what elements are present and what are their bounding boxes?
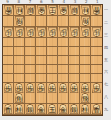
square-8-8[interactable] [14,74,25,83]
square-6-11[interactable]: 金 [36,104,47,115]
square-9-7[interactable] [3,65,14,74]
square-1-2[interactable] [91,16,102,27]
rank-label-4: 四 [104,41,111,53]
square-9-10[interactable] [3,93,14,104]
piece-face: 香 [93,105,101,114]
square-2-1[interactable]: 桂 [80,5,91,16]
square-4-2[interactable] [58,16,69,27]
square-9-9[interactable]: 歩 [3,83,14,93]
square-7-4[interactable] [25,38,36,47]
piece-face: 飛 [15,17,23,26]
square-6-2[interactable] [36,16,47,27]
piece-kanji: 歩 [38,85,45,92]
piece-kanji: 金 [38,106,45,113]
rank-coordinate-labels: 一二三四五六七八九 [104,4,111,116]
piece-kanji: 歩 [82,28,89,35]
square-9-3[interactable]: 歩 [3,27,14,38]
piece-kanji: 飛 [82,95,89,102]
square-5-5[interactable] [47,47,58,56]
square-7-1[interactable]: 銀 [25,5,36,16]
square-1-5[interactable] [91,47,102,56]
square-4-9[interactable]: 歩 [58,83,69,93]
square-6-4[interactable] [36,38,47,47]
square-2-8[interactable] [80,74,91,83]
sente-piece-香[interactable]: 香 [92,104,101,114]
square-1-7[interactable] [91,65,102,74]
piece-kanji: 歩 [71,85,78,92]
piece-kanji: 玉 [49,106,56,113]
piece-kanji: 桂 [82,6,89,13]
square-3-1[interactable]: 銀 [69,5,80,16]
piece-face: 金 [59,6,67,15]
piece-kanji: 歩 [5,85,12,92]
piece-face: 歩 [26,28,34,37]
sente-piece-歩[interactable]: 歩 [37,83,46,93]
sente-piece-歩[interactable]: 歩 [48,83,57,93]
square-7-2[interactable] [25,16,36,27]
square-7-9[interactable]: 歩 [25,83,36,93]
square-7-6[interactable] [25,56,36,65]
square-9-4[interactable] [3,38,14,47]
piece-face: 角 [81,17,89,26]
piece-kanji: 歩 [49,85,56,92]
gote-piece-香[interactable]: 香 [92,5,101,15]
square-3-9[interactable]: 歩 [69,83,80,93]
square-4-4[interactable] [58,38,69,47]
square-8-5[interactable] [14,47,25,56]
piece-kanji: 歩 [93,85,100,92]
piece-kanji: 香 [5,106,12,113]
square-2-6[interactable] [80,56,91,65]
square-2-3[interactable]: 歩 [80,27,91,38]
piece-face: 歩 [26,84,34,93]
gote-piece-歩[interactable]: 歩 [92,27,101,37]
piece-kanji: 歩 [93,28,100,35]
piece-face: 桂 [81,6,89,15]
square-6-9[interactable]: 歩 [36,83,47,93]
gote-piece-銀[interactable]: 銀 [26,5,35,15]
square-3-11[interactable]: 銀 [69,104,80,115]
square-7-8[interactable] [25,74,36,83]
sente-piece-金[interactable]: 金 [59,104,68,114]
square-5-3[interactable]: 歩 [47,27,58,38]
piece-kanji: 銀 [27,106,34,113]
square-4-6[interactable] [58,56,69,65]
piece-face: 歩 [37,84,45,93]
sente-piece-歩[interactable]: 歩 [92,83,101,93]
square-8-7[interactable] [14,65,25,74]
piece-kanji: 歩 [5,28,12,35]
piece-kanji: 歩 [38,28,45,35]
gote-piece-歩[interactable]: 歩 [4,27,13,37]
sente-piece-歩[interactable]: 歩 [70,83,79,93]
square-4-1[interactable]: 金 [58,5,69,16]
piece-kanji: 金 [60,6,67,13]
square-7-5[interactable] [25,47,36,56]
piece-kanji: 金 [60,106,67,113]
square-5-9[interactable]: 歩 [47,83,58,93]
gote-piece-歩[interactable]: 歩 [59,27,68,37]
sente-piece-歩[interactable]: 歩 [4,83,13,93]
square-6-3[interactable]: 歩 [36,27,47,38]
piece-face: 桂 [15,105,23,114]
square-1-1[interactable]: 香 [91,5,102,16]
square-8-10[interactable]: 角 [14,93,25,104]
piece-kanji: 角 [16,95,23,102]
square-7-3[interactable]: 歩 [25,27,36,38]
piece-face: 歩 [15,28,23,37]
piece-face: 歩 [59,28,67,37]
square-9-11[interactable]: 香 [3,104,14,115]
piece-face: 歩 [48,28,56,37]
rank-label-2: 二 [104,16,111,28]
gote-piece-銀[interactable]: 銀 [70,5,79,15]
piece-face: 玉 [48,105,56,114]
piece-kanji: 歩 [27,85,34,92]
sente-piece-歩[interactable]: 歩 [81,83,90,93]
rank-label-6: 六 [104,66,111,78]
piece-kanji: 香 [5,6,12,13]
square-6-8[interactable] [36,74,47,83]
gote-piece-桂[interactable]: 桂 [81,5,90,15]
piece-face: 角 [15,94,23,103]
sente-piece-銀[interactable]: 銀 [26,104,35,114]
piece-face: 歩 [81,28,89,37]
piece-kanji: 銀 [27,6,34,13]
piece-face: 王 [48,6,56,15]
shogi-app-window: 987654321 一二三四五六七八九 香桂銀金王金銀桂香飛角歩歩歩歩歩歩歩歩歩… [0,0,111,120]
square-1-8[interactable] [91,74,102,83]
sente-piece-歩[interactable]: 歩 [15,83,24,93]
square-3-8[interactable] [69,74,80,83]
piece-kanji: 桂 [16,6,23,13]
piece-kanji: 歩 [82,85,89,92]
square-8-2[interactable]: 飛 [14,16,25,27]
piece-face: 歩 [93,28,101,37]
piece-kanji: 銀 [71,106,78,113]
rank-label-3: 三 [104,29,111,41]
piece-face: 歩 [4,28,12,37]
piece-face: 銀 [26,105,34,114]
sente-piece-金[interactable]: 金 [37,104,46,114]
shogi-board: 香桂銀金王金銀桂香飛角歩歩歩歩歩歩歩歩歩歩歩歩歩歩歩歩歩歩角飛香桂銀金玉金銀桂香 [2,4,103,116]
piece-kanji: 歩 [27,28,34,35]
gote-piece-角[interactable]: 角 [81,16,90,26]
piece-face: 銀 [26,6,34,15]
piece-face: 銀 [70,105,78,114]
square-4-5[interactable] [58,47,69,56]
square-4-10[interactable] [58,93,69,104]
sente-piece-歩[interactable]: 歩 [59,83,68,93]
square-5-2[interactable] [47,16,58,27]
square-4-7[interactable] [58,65,69,74]
gote-piece-桂[interactable]: 桂 [15,5,24,15]
piece-face: 歩 [81,84,89,93]
rank-label-7: 七 [104,79,111,91]
piece-kanji: 歩 [16,28,23,35]
square-6-5[interactable] [36,47,47,56]
square-9-2[interactable] [3,16,14,27]
piece-face: 歩 [70,28,78,37]
square-3-6[interactable] [69,56,80,65]
square-1-3[interactable]: 歩 [91,27,102,38]
square-5-10[interactable] [47,93,58,104]
square-9-5[interactable] [3,47,14,56]
piece-face: 歩 [70,84,78,93]
square-5-7[interactable] [47,65,58,74]
piece-face: 歩 [48,84,56,93]
rank-label-5: 五 [104,54,111,66]
piece-kanji: 桂 [16,106,23,113]
piece-kanji: 王 [49,6,56,13]
square-8-9[interactable]: 歩 [14,83,25,93]
square-6-7[interactable] [36,65,47,74]
piece-face: 歩 [59,84,67,93]
square-3-4[interactable] [69,38,80,47]
square-3-7[interactable] [69,65,80,74]
square-3-5[interactable] [69,47,80,56]
square-4-3[interactable]: 歩 [58,27,69,38]
piece-kanji: 銀 [71,6,78,13]
square-4-8[interactable] [58,74,69,83]
square-2-4[interactable] [80,38,91,47]
gote-piece-金[interactable]: 金 [37,5,46,15]
square-2-5[interactable] [80,47,91,56]
square-1-11[interactable]: 香 [91,104,102,115]
piece-kanji: 歩 [60,85,67,92]
gote-piece-歩[interactable]: 歩 [37,27,46,37]
square-7-7[interactable] [25,65,36,74]
piece-kanji: 歩 [16,85,23,92]
square-9-1[interactable]: 香 [3,5,14,16]
gote-piece-歩[interactable]: 歩 [48,27,57,37]
square-5-4[interactable] [47,38,58,47]
piece-kanji: 飛 [16,17,23,24]
square-2-9[interactable]: 歩 [80,83,91,93]
piece-face: 歩 [15,84,23,93]
square-1-6[interactable] [91,56,102,65]
square-6-10[interactable] [36,93,47,104]
rank-label-8: 八 [104,91,111,103]
square-8-3[interactable]: 歩 [14,27,25,38]
piece-kanji: 歩 [49,28,56,35]
piece-kanji: 歩 [71,28,78,35]
square-5-1[interactable]: 王 [47,5,58,16]
square-2-7[interactable] [80,65,91,74]
piece-face: 桂 [15,6,23,15]
square-9-6[interactable] [3,56,14,65]
gote-piece-歩[interactable]: 歩 [81,27,90,37]
square-4-11[interactable]: 金 [58,104,69,115]
sente-piece-桂[interactable]: 桂 [81,104,90,114]
square-2-2[interactable]: 角 [80,16,91,27]
rank-label-1: 一 [104,4,111,16]
square-5-6[interactable] [47,56,58,65]
square-2-10[interactable]: 飛 [80,93,91,104]
gote-piece-金[interactable]: 金 [59,5,68,15]
piece-face: 飛 [81,94,89,103]
gote-piece-歩[interactable]: 歩 [26,27,35,37]
piece-kanji: 香 [93,6,100,13]
sente-piece-飛[interactable]: 飛 [81,93,90,103]
piece-face: 香 [4,105,12,114]
sente-piece-桂[interactable]: 桂 [15,104,24,114]
piece-face: 香 [93,6,101,15]
square-8-1[interactable]: 桂 [14,5,25,16]
piece-kanji: 桂 [82,106,89,113]
piece-kanji: 歩 [60,28,67,35]
piece-face: 金 [37,6,45,15]
piece-face: 銀 [70,6,78,15]
square-7-10[interactable] [25,93,36,104]
gote-piece-飛[interactable]: 飛 [15,16,24,26]
piece-face: 桂 [81,105,89,114]
piece-face: 金 [37,105,45,114]
square-2-11[interactable]: 桂 [80,104,91,115]
square-8-4[interactable] [14,38,25,47]
piece-face: 歩 [37,28,45,37]
square-3-2[interactable] [69,16,80,27]
square-3-3[interactable]: 歩 [69,27,80,38]
gote-piece-香[interactable]: 香 [4,5,13,15]
square-5-8[interactable] [47,74,58,83]
piece-face: 歩 [93,84,101,93]
rank-label-9: 九 [104,104,111,116]
square-9-8[interactable] [3,74,14,83]
piece-face: 香 [4,6,12,15]
square-6-6[interactable] [36,56,47,65]
piece-face: 歩 [4,84,12,93]
square-8-6[interactable] [14,56,25,65]
piece-kanji: 香 [93,106,100,113]
piece-face: 金 [59,105,67,114]
sente-piece-角[interactable]: 角 [15,93,24,103]
piece-kanji: 角 [82,17,89,24]
square-3-10[interactable] [69,93,80,104]
sente-piece-銀[interactable]: 銀 [70,104,79,114]
sente-piece-玉[interactable]: 玉 [48,104,57,114]
square-1-9[interactable]: 歩 [91,83,102,93]
square-5-11[interactable]: 玉 [47,104,58,115]
gote-piece-歩[interactable]: 歩 [70,27,79,37]
gote-piece-歩[interactable]: 歩 [15,27,24,37]
gote-piece-王[interactable]: 王 [48,5,57,15]
sente-piece-香[interactable]: 香 [4,104,13,114]
square-1-10[interactable] [91,93,102,104]
sente-piece-歩[interactable]: 歩 [26,83,35,93]
square-6-1[interactable]: 金 [36,5,47,16]
piece-kanji: 金 [38,6,45,13]
square-7-11[interactable]: 銀 [25,104,36,115]
square-8-11[interactable]: 桂 [14,104,25,115]
square-1-4[interactable] [91,38,102,47]
